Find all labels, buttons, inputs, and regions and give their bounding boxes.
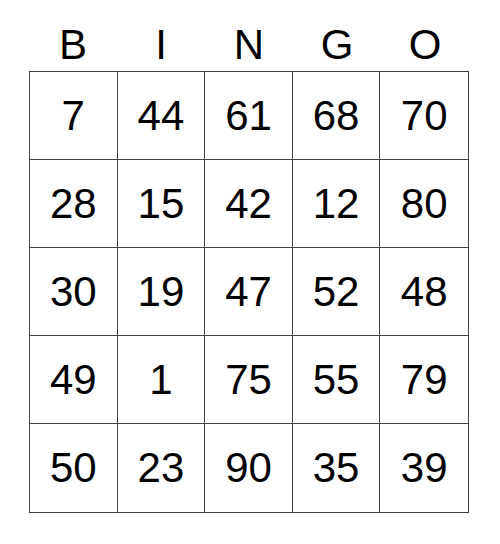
bingo-cell-r3c4[interactable]: 52 [293,248,381,336]
bingo-card: B I N G O 7 44 61 68 70 28 15 42 12 80 3… [29,0,469,513]
header-letter-n: N [234,24,264,66]
bingo-cell-r5c1[interactable]: 50 [30,424,118,512]
bingo-cell-r5c4[interactable]: 35 [293,424,381,512]
bingo-cell-r2c3[interactable]: 42 [205,160,293,248]
bingo-cell-r4c2[interactable]: 1 [118,336,206,424]
bingo-cell-r5c3[interactable]: 90 [205,424,293,512]
bingo-cell-r1c1[interactable]: 7 [30,72,118,160]
header-letter-i: I [155,24,167,66]
bingo-cell-r4c3[interactable]: 75 [205,336,293,424]
bingo-cell-r5c5[interactable]: 39 [380,424,468,512]
header-letter-o: O [409,24,442,66]
header-letter-b: B [59,24,87,66]
bingo-cell-r4c4[interactable]: 55 [293,336,381,424]
bingo-cell-r2c5[interactable]: 80 [380,160,468,248]
bingo-cell-r2c2[interactable]: 15 [118,160,206,248]
bingo-cell-r4c1[interactable]: 49 [30,336,118,424]
bingo-cell-r5c2[interactable]: 23 [118,424,206,512]
bingo-cell-r3c2[interactable]: 19 [118,248,206,336]
bingo-cell-r3c5[interactable]: 48 [380,248,468,336]
bingo-cell-r1c3[interactable]: 61 [205,72,293,160]
bingo-board: 7 44 61 68 70 28 15 42 12 80 30 19 47 52… [29,71,469,513]
bingo-cell-r1c5[interactable]: 70 [380,72,468,160]
header-letter-g: G [321,24,354,66]
bingo-cell-r1c4[interactable]: 68 [293,72,381,160]
bingo-header: B I N G O [29,0,469,71]
bingo-cell-r4c5[interactable]: 79 [380,336,468,424]
bingo-cell-r1c2[interactable]: 44 [118,72,206,160]
bingo-cell-r2c1[interactable]: 28 [30,160,118,248]
bingo-cell-r2c4[interactable]: 12 [293,160,381,248]
bingo-cell-r3c1[interactable]: 30 [30,248,118,336]
bingo-cell-r3c3[interactable]: 47 [205,248,293,336]
